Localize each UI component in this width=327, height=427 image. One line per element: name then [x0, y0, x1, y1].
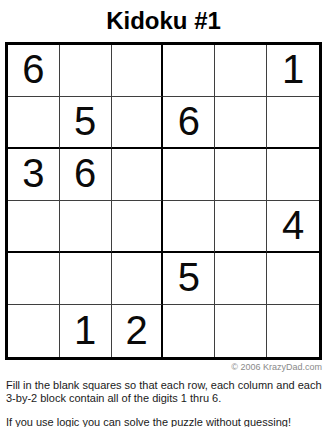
cell-r2c4-given-6: 6 — [163, 97, 215, 149]
cell-r3c6-blank[interactable] — [267, 149, 319, 201]
cell-r4c6-given-4: 4 — [267, 201, 319, 253]
puzzle-title: Kidoku #1 — [0, 0, 327, 35]
cell-r1c3-blank[interactable] — [112, 45, 164, 97]
cell-r1c5-blank[interactable] — [215, 45, 267, 97]
cell-r3c4-blank[interactable] — [163, 149, 215, 201]
cell-r6c2-given-1: 1 — [60, 305, 112, 357]
cell-r4c4-blank[interactable] — [163, 201, 215, 253]
kidoku-board: 6156364512 — [5, 42, 322, 360]
instructions: Fill in the blank squares so that each r… — [6, 379, 321, 427]
cell-r1c2-blank[interactable] — [60, 45, 112, 97]
copyright-text: © 2006 KrazyDad.com — [5, 362, 322, 372]
cell-r4c5-blank[interactable] — [215, 201, 267, 253]
instructions-line-1: Fill in the blank squares so that each r… — [6, 379, 321, 392]
cell-r4c3-blank[interactable] — [112, 201, 164, 253]
cell-r6c1-blank[interactable] — [8, 305, 60, 357]
cell-r2c1-blank[interactable] — [8, 97, 60, 149]
cell-r3c3-blank[interactable] — [112, 149, 164, 201]
cell-r6c5-blank[interactable] — [215, 305, 267, 357]
cell-r1c4-blank[interactable] — [163, 45, 215, 97]
cell-r4c2-blank[interactable] — [60, 201, 112, 253]
puzzle-page: Kidoku #1 6156364512 © 2006 KrazyDad.com… — [0, 0, 327, 427]
cell-r5c1-blank[interactable] — [8, 253, 60, 305]
cell-r6c6-blank[interactable] — [267, 305, 319, 357]
cell-r3c2-given-6: 6 — [60, 149, 112, 201]
cell-r1c6-given-1: 1 — [267, 45, 319, 97]
cell-r1c1-given-6: 6 — [8, 45, 60, 97]
cell-r2c3-blank[interactable] — [112, 97, 164, 149]
cell-r2c6-blank[interactable] — [267, 97, 319, 149]
cell-r5c5-blank[interactable] — [215, 253, 267, 305]
cell-r5c4-given-5: 5 — [163, 253, 215, 305]
cell-r2c2-given-5: 5 — [60, 97, 112, 149]
cell-r3c5-blank[interactable] — [215, 149, 267, 201]
cell-r6c4-blank[interactable] — [163, 305, 215, 357]
cell-r4c1-blank[interactable] — [8, 201, 60, 253]
cell-r5c6-blank[interactable] — [267, 253, 319, 305]
cell-r3c1-given-3: 3 — [8, 149, 60, 201]
cell-r6c3-given-2: 2 — [112, 305, 164, 357]
instructions-line-2: 3-by-2 block contain all of the digits 1… — [6, 392, 321, 405]
instructions-tip: If you use logic you can solve the puzzl… — [6, 416, 321, 427]
cell-r5c3-blank[interactable] — [112, 253, 164, 305]
cell-r2c5-blank[interactable] — [215, 97, 267, 149]
cell-r5c2-blank[interactable] — [60, 253, 112, 305]
